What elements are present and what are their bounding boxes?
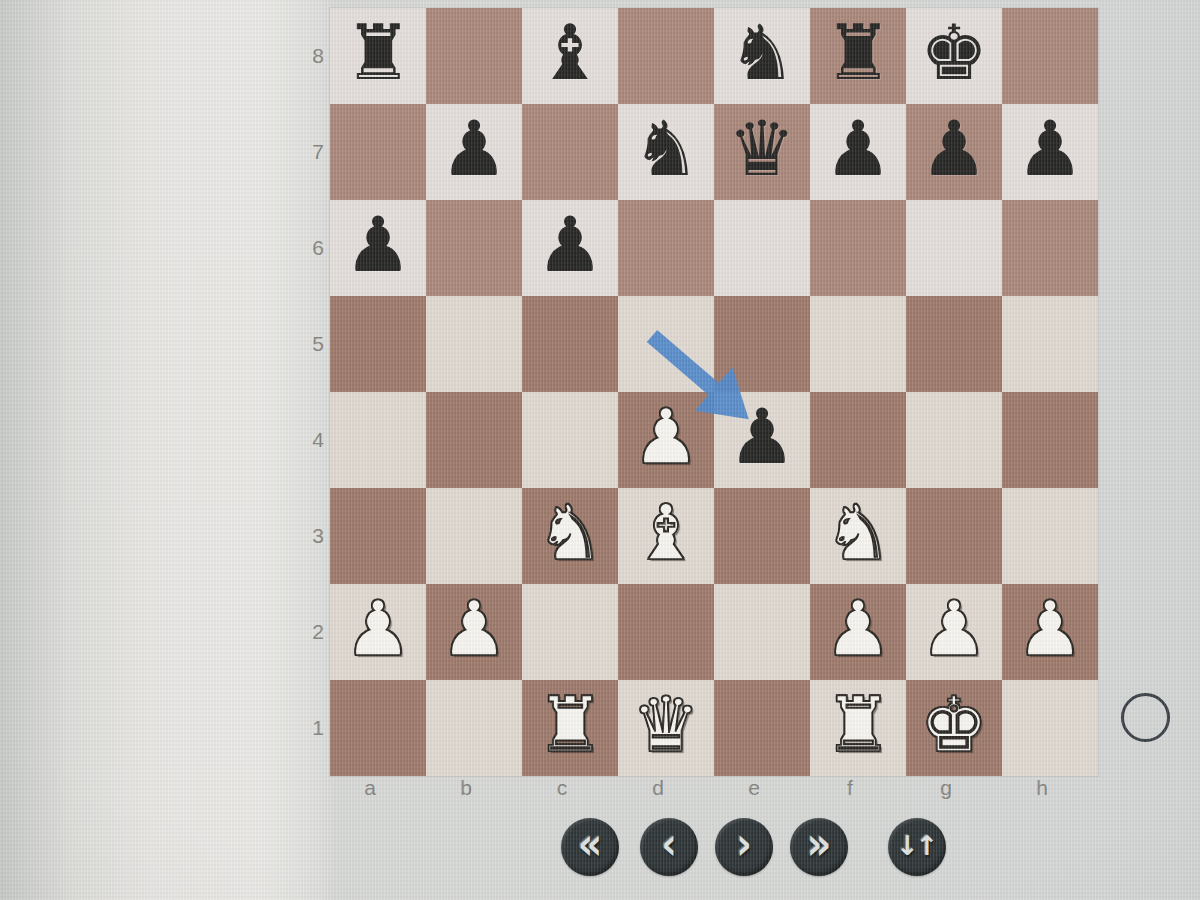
square-d8[interactable] bbox=[618, 8, 714, 104]
rank-labels: 87654321 bbox=[292, 8, 326, 776]
skip-to-end-icon: » bbox=[807, 809, 832, 877]
file-label-c: c bbox=[514, 776, 610, 802]
square-g3[interactable] bbox=[906, 488, 1002, 584]
square-b6[interactable] bbox=[426, 200, 522, 296]
black-knight: ♞ bbox=[728, 5, 796, 101]
flip-board-icon: ↓↑ bbox=[896, 817, 938, 875]
black-bishop: ♝ bbox=[536, 5, 604, 101]
square-b2[interactable]: ♟ bbox=[426, 584, 522, 680]
white-knight: ♞ bbox=[536, 485, 604, 581]
square-a7[interactable] bbox=[330, 104, 426, 200]
rank-label-6: 6 bbox=[292, 200, 326, 296]
next-icon: › bbox=[736, 809, 752, 877]
square-h3[interactable] bbox=[1002, 488, 1098, 584]
square-f5[interactable] bbox=[810, 296, 906, 392]
square-c3[interactable]: ♞ bbox=[522, 488, 618, 584]
square-c4[interactable] bbox=[522, 392, 618, 488]
square-a2[interactable]: ♟ bbox=[330, 584, 426, 680]
square-b7[interactable]: ♟ bbox=[426, 104, 522, 200]
square-b4[interactable] bbox=[426, 392, 522, 488]
black-pawn: ♟ bbox=[824, 101, 892, 197]
square-b8[interactable] bbox=[426, 8, 522, 104]
square-f3[interactable]: ♞ bbox=[810, 488, 906, 584]
square-f1[interactable]: ♜ bbox=[810, 680, 906, 776]
white-knight: ♞ bbox=[824, 485, 892, 581]
first-move-button[interactable]: « bbox=[561, 818, 619, 876]
square-d7[interactable]: ♞ bbox=[618, 104, 714, 200]
rank-label-2: 2 bbox=[292, 584, 326, 680]
square-h8[interactable] bbox=[1002, 8, 1098, 104]
rank-label-1: 1 bbox=[292, 680, 326, 776]
square-b5[interactable] bbox=[426, 296, 522, 392]
black-queen: ♛ bbox=[728, 101, 796, 197]
file-label-f: f bbox=[802, 776, 898, 802]
square-e5[interactable] bbox=[714, 296, 810, 392]
previous-move-button[interactable]: ‹ bbox=[640, 818, 698, 876]
square-c8[interactable]: ♝ bbox=[522, 8, 618, 104]
square-f6[interactable] bbox=[810, 200, 906, 296]
square-e6[interactable] bbox=[714, 200, 810, 296]
white-rook: ♜ bbox=[824, 677, 892, 773]
square-h1[interactable] bbox=[1002, 680, 1098, 776]
square-h6[interactable] bbox=[1002, 200, 1098, 296]
flip-board-button[interactable]: ↓↑ bbox=[888, 818, 946, 876]
turn-indicator-circle bbox=[1121, 693, 1170, 742]
square-d1[interactable]: ♛ bbox=[618, 680, 714, 776]
black-pawn: ♟ bbox=[920, 101, 988, 197]
black-pawn: ♟ bbox=[728, 389, 796, 485]
white-pawn: ♟ bbox=[440, 581, 508, 677]
rank-label-4: 4 bbox=[292, 392, 326, 488]
white-rook: ♜ bbox=[536, 677, 604, 773]
square-d4[interactable]: ♟ bbox=[618, 392, 714, 488]
square-d5[interactable] bbox=[618, 296, 714, 392]
square-h2[interactable]: ♟ bbox=[1002, 584, 1098, 680]
white-king: ♚ bbox=[920, 677, 988, 773]
black-rook: ♜ bbox=[824, 5, 892, 101]
square-e8[interactable]: ♞ bbox=[714, 8, 810, 104]
chess-board: ♜♝♞♜♚♟♞♛♟♟♟♟♟♟♟♞♝♞♟♟♟♟♟♜♛♜♚ bbox=[330, 8, 1098, 776]
square-b3[interactable] bbox=[426, 488, 522, 584]
square-c1[interactable]: ♜ bbox=[522, 680, 618, 776]
square-c5[interactable] bbox=[522, 296, 618, 392]
square-a8[interactable]: ♜ bbox=[330, 8, 426, 104]
black-king: ♚ bbox=[920, 5, 988, 101]
square-h7[interactable]: ♟ bbox=[1002, 104, 1098, 200]
next-move-button[interactable]: › bbox=[715, 818, 773, 876]
previous-icon: ‹ bbox=[661, 809, 677, 877]
square-a1[interactable] bbox=[330, 680, 426, 776]
square-a3[interactable] bbox=[330, 488, 426, 584]
square-g8[interactable]: ♚ bbox=[906, 8, 1002, 104]
square-e3[interactable] bbox=[714, 488, 810, 584]
skip-to-start-icon: « bbox=[578, 809, 603, 877]
black-rook: ♜ bbox=[344, 5, 412, 101]
square-d3[interactable]: ♝ bbox=[618, 488, 714, 584]
square-f2[interactable]: ♟ bbox=[810, 584, 906, 680]
square-d2[interactable] bbox=[618, 584, 714, 680]
file-label-e: e bbox=[706, 776, 802, 802]
white-pawn: ♟ bbox=[1016, 581, 1084, 677]
file-label-a: a bbox=[322, 776, 418, 802]
white-bishop: ♝ bbox=[632, 485, 700, 581]
square-g1[interactable]: ♚ bbox=[906, 680, 1002, 776]
file-label-b: b bbox=[418, 776, 514, 802]
file-label-h: h bbox=[994, 776, 1090, 802]
black-pawn: ♟ bbox=[536, 197, 604, 293]
square-d6[interactable] bbox=[618, 200, 714, 296]
white-pawn: ♟ bbox=[824, 581, 892, 677]
square-a5[interactable] bbox=[330, 296, 426, 392]
file-label-d: d bbox=[610, 776, 706, 802]
rank-label-3: 3 bbox=[292, 488, 326, 584]
white-queen: ♛ bbox=[632, 677, 700, 773]
rank-label-5: 5 bbox=[292, 296, 326, 392]
white-pawn: ♟ bbox=[920, 581, 988, 677]
square-g6[interactable] bbox=[906, 200, 1002, 296]
square-f8[interactable]: ♜ bbox=[810, 8, 906, 104]
square-e2[interactable] bbox=[714, 584, 810, 680]
square-c2[interactable] bbox=[522, 584, 618, 680]
square-g5[interactable] bbox=[906, 296, 1002, 392]
rank-label-8: 8 bbox=[292, 8, 326, 104]
skip-to-end-button[interactable]: » bbox=[790, 818, 848, 876]
square-h5[interactable] bbox=[1002, 296, 1098, 392]
square-e1[interactable] bbox=[714, 680, 810, 776]
file-labels: abcdefgh bbox=[330, 776, 1098, 802]
square-e7[interactable]: ♛ bbox=[714, 104, 810, 200]
square-f4[interactable] bbox=[810, 392, 906, 488]
black-pawn: ♟ bbox=[344, 197, 412, 293]
square-f7[interactable]: ♟ bbox=[810, 104, 906, 200]
square-g2[interactable]: ♟ bbox=[906, 584, 1002, 680]
screen-photo: 87654321 ♜♝♞♜♚♟♞♛♟♟♟♟♟♟♟♞♝♞♟♟♟♟♟♜♛♜♚ abc… bbox=[0, 0, 1200, 900]
file-label-g: g bbox=[898, 776, 994, 802]
white-pawn: ♟ bbox=[632, 389, 700, 485]
square-b1[interactable] bbox=[426, 680, 522, 776]
square-c7[interactable] bbox=[522, 104, 618, 200]
square-h4[interactable] bbox=[1002, 392, 1098, 488]
white-pawn: ♟ bbox=[344, 581, 412, 677]
square-g7[interactable]: ♟ bbox=[906, 104, 1002, 200]
rank-label-7: 7 bbox=[292, 104, 326, 200]
square-g4[interactable] bbox=[906, 392, 1002, 488]
black-pawn: ♟ bbox=[440, 101, 508, 197]
square-e4[interactable]: ♟ bbox=[714, 392, 810, 488]
square-a4[interactable] bbox=[330, 392, 426, 488]
square-c6[interactable]: ♟ bbox=[522, 200, 618, 296]
black-knight: ♞ bbox=[632, 101, 700, 197]
square-a6[interactable]: ♟ bbox=[330, 200, 426, 296]
black-pawn: ♟ bbox=[1016, 101, 1084, 197]
